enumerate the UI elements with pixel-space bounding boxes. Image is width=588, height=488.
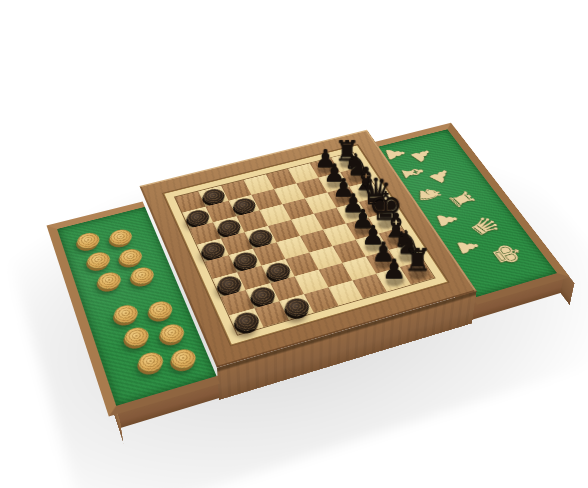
light-checker[interactable] bbox=[169, 347, 199, 371]
natural-rook-lying[interactable]: ♜ bbox=[443, 188, 480, 212]
light-checker[interactable] bbox=[122, 325, 151, 348]
light-checker[interactable] bbox=[136, 350, 166, 374]
chessboard: ♟♜♟♞♟♝♟♛♟♚♟♝♟♞♟♜ bbox=[175, 152, 434, 334]
natural-pawn-lying[interactable]: ♟ bbox=[432, 211, 463, 230]
square-r8c7[interactable]: ♟ bbox=[376, 267, 411, 291]
dark-checker[interactable] bbox=[246, 227, 274, 247]
light-checker[interactable] bbox=[85, 250, 112, 270]
light-checker[interactable] bbox=[157, 322, 186, 345]
light-checker[interactable] bbox=[118, 247, 145, 267]
light-checker[interactable] bbox=[96, 270, 124, 291]
light-checker[interactable] bbox=[75, 231, 101, 251]
light-checker[interactable] bbox=[129, 265, 157, 286]
natural-pawn-lying[interactable]: ♟ bbox=[425, 165, 457, 186]
light-checker[interactable] bbox=[107, 228, 134, 248]
pawn-glyph: ♟ bbox=[373, 256, 415, 283]
light-checker[interactable] bbox=[112, 303, 140, 325]
light-checker[interactable] bbox=[146, 299, 175, 321]
square-r5c4[interactable] bbox=[277, 236, 310, 259]
product-photo: ♟♟♝♟♞♜♟♛♟♚ ♟♜♟♞♟♝♟♛♟♚♟♝♟♞♟♜ bbox=[0, 0, 588, 488]
square-r5c5[interactable] bbox=[300, 230, 333, 253]
scene: ♟♟♝♟♞♜♟♛♟♚ ♟♜♟♞♟♝♟♛♟♚♟♝♟♞♟♜ bbox=[0, 0, 588, 488]
natural-king-lying[interactable]: ♚ bbox=[485, 240, 530, 269]
natural-knight-lying[interactable]: ♞ bbox=[416, 186, 445, 204]
